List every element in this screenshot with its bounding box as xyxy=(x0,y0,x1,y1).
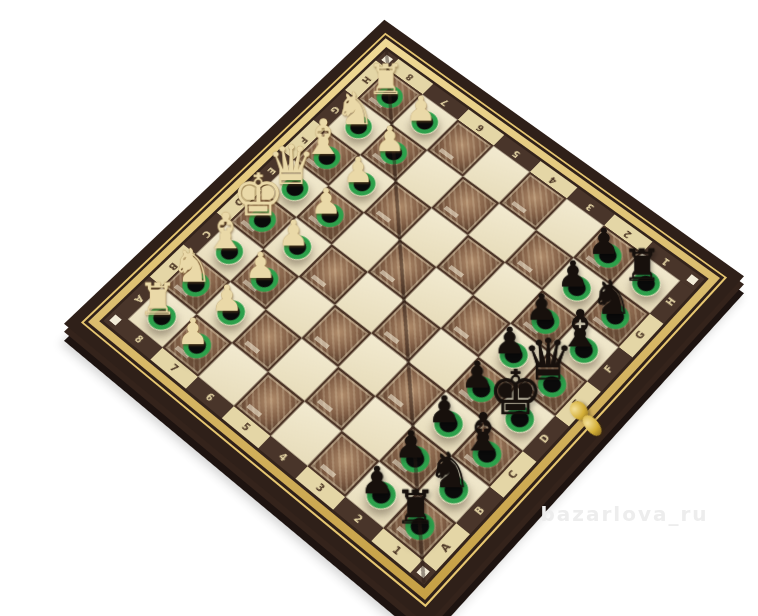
photo-scene: 87654321H♜♟♟♜HG♞♟♟♞GF♝♟♟♝FE♛♟♟♛ED♚♟♟♚DC♝… xyxy=(0,0,758,616)
coordinate-label-text: 2 xyxy=(352,513,364,525)
coordinate-label-text: 6 xyxy=(204,392,216,403)
coordinate-label-text: 5 xyxy=(240,421,252,432)
coordinate-label-text: 4 xyxy=(548,175,559,185)
coordinate-label-text: 8 xyxy=(133,334,145,345)
frame-wood: 87654321H♜♟♟♜HG♞♟♟♞GF♝♟♟♝FE♛♟♟♛ED♚♟♟♚DC♝… xyxy=(64,20,744,616)
coordinate-label-text: 3 xyxy=(585,201,597,211)
coordinate-label-text: F xyxy=(604,364,616,375)
piece-white-pawn-a7[interactable]: ♟ xyxy=(162,313,225,349)
frame-corner-mark xyxy=(410,560,436,584)
coordinate-label-text: D xyxy=(539,433,552,445)
coordinate-label-text: 7 xyxy=(168,363,180,374)
coordinate-label-text: B xyxy=(473,504,486,516)
piece-black-rook-a1[interactable]: ♜ xyxy=(383,484,448,530)
frame-corner-mark xyxy=(681,269,705,290)
coordinate-label-text: 3 xyxy=(314,482,326,494)
coordinate-label-text: 1 xyxy=(390,545,403,557)
coordinate-label-text: 4 xyxy=(277,451,289,463)
coordinate-label-text: G xyxy=(635,330,648,342)
coordinate-label-text: 6 xyxy=(475,122,486,132)
coordinate-label-text: 5 xyxy=(511,148,522,158)
coordinate-label-text: H xyxy=(665,296,678,307)
chess-board: 87654321H♜♟♟♜HG♞♟♟♞GF♝♟♟♝FE♛♟♟♛ED♚♟♟♚DC♝… xyxy=(64,20,744,616)
coordinate-label-text: A xyxy=(439,541,452,553)
watermark-text: bazarlova_ru xyxy=(522,502,727,526)
rank-label-4: 4 xyxy=(530,161,577,198)
coordinate-label-text: C xyxy=(507,469,520,481)
